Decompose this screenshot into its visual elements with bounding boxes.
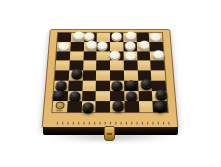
square-c4[interactable]: [82, 70, 96, 80]
black-checker-h2[interactable]: [155, 90, 167, 99]
square-b3[interactable]: [68, 80, 82, 90]
square-e1[interactable]: [110, 101, 124, 112]
square-a4[interactable]: [55, 70, 69, 80]
square-b2[interactable]: [67, 91, 82, 102]
square-f4[interactable]: [124, 70, 138, 80]
square-a6[interactable]: [56, 51, 70, 61]
square-e4[interactable]: [110, 70, 124, 80]
square-d5[interactable]: [96, 61, 110, 71]
square-f6[interactable]: [123, 51, 137, 61]
white-checker-e6[interactable]: [110, 51, 121, 59]
square-f3[interactable]: [124, 80, 138, 90]
square-c5[interactable]: [83, 61, 97, 71]
square-b1[interactable]: [67, 101, 82, 112]
square-d6[interactable]: [97, 51, 110, 61]
board-scene: [46, 13, 174, 138]
brass-latch-icon: [104, 126, 115, 141]
square-g6[interactable]: [137, 51, 151, 61]
square-d2[interactable]: [96, 91, 110, 102]
black-checker-b2[interactable]: [69, 91, 81, 100]
square-h6[interactable]: [150, 51, 164, 61]
square-h1[interactable]: [153, 101, 168, 112]
square-c2[interactable]: [82, 91, 96, 102]
square-b6[interactable]: [70, 51, 84, 61]
board-grid: [52, 33, 167, 113]
black-checker-f3[interactable]: [125, 80, 136, 89]
square-h4[interactable]: [151, 70, 165, 80]
square-a2[interactable]: [53, 91, 68, 102]
black-checker-a3[interactable]: [55, 81, 67, 90]
front-rail-tick-marks: [53, 122, 170, 125]
square-c7[interactable]: [83, 42, 96, 51]
black-checker-e1[interactable]: [113, 100, 125, 109]
square-f1[interactable]: [124, 101, 139, 112]
white-checker-f7[interactable]: [124, 41, 135, 49]
square-e5[interactable]: [110, 61, 124, 71]
black-checker-c1[interactable]: [83, 102, 95, 111]
white-checker-g7[interactable]: [139, 41, 150, 49]
square-g7[interactable]: [136, 42, 150, 51]
white-checker-a7[interactable]: [58, 42, 69, 50]
white-checker-f6[interactable]: [125, 51, 136, 59]
black-checker-f2[interactable]: [125, 91, 137, 100]
square-e3[interactable]: [110, 80, 124, 90]
square-d1[interactable]: [96, 101, 110, 112]
square-a5[interactable]: [55, 61, 69, 71]
square-g3[interactable]: [138, 80, 152, 90]
square-c6[interactable]: [83, 51, 97, 61]
square-b8[interactable]: [71, 33, 84, 42]
black-checker-h1[interactable]: [154, 101, 166, 110]
square-b4[interactable]: [68, 70, 82, 80]
black-checker-b4[interactable]: [72, 69, 83, 78]
white-checker-d7[interactable]: [97, 41, 108, 49]
black-checker-g3[interactable]: [141, 79, 153, 88]
square-e6[interactable]: [110, 51, 123, 61]
square-a1[interactable]: [52, 101, 67, 112]
square-f2[interactable]: [124, 91, 138, 102]
square-g5[interactable]: [137, 61, 151, 71]
square-g1[interactable]: [138, 101, 153, 112]
square-h5[interactable]: [150, 61, 164, 71]
brand-stamp-icon: [55, 102, 65, 110]
white-checker-c7[interactable]: [86, 41, 97, 49]
square-h8[interactable]: [149, 33, 163, 42]
square-a7[interactable]: [57, 42, 71, 51]
square-a8[interactable]: [57, 33, 71, 42]
square-a3[interactable]: [54, 80, 69, 90]
product-photo-canvas: [0, 0, 221, 167]
square-c3[interactable]: [82, 80, 96, 90]
square-d4[interactable]: [96, 70, 110, 80]
square-d3[interactable]: [96, 80, 110, 90]
white-checker-f8[interactable]: [126, 32, 137, 40]
square-d8[interactable]: [97, 33, 110, 42]
square-f8[interactable]: [123, 33, 136, 42]
white-checker-b8[interactable]: [73, 32, 84, 40]
square-c1[interactable]: [81, 101, 96, 112]
square-f7[interactable]: [123, 42, 136, 51]
square-e8[interactable]: [110, 33, 123, 42]
white-checker-c8[interactable]: [84, 32, 95, 40]
square-f5[interactable]: [123, 61, 137, 71]
black-checker-a2[interactable]: [53, 90, 65, 99]
white-checker-h6[interactable]: [153, 50, 164, 58]
square-g2[interactable]: [138, 91, 153, 102]
white-checker-e8[interactable]: [111, 32, 122, 40]
white-checker-h8[interactable]: [150, 33, 161, 41]
checkers-board: [42, 29, 179, 128]
black-checker-e3[interactable]: [111, 81, 122, 90]
square-e7[interactable]: [110, 42, 123, 51]
square-d7[interactable]: [97, 42, 110, 51]
square-b7[interactable]: [70, 42, 84, 51]
square-h2[interactable]: [152, 91, 167, 102]
